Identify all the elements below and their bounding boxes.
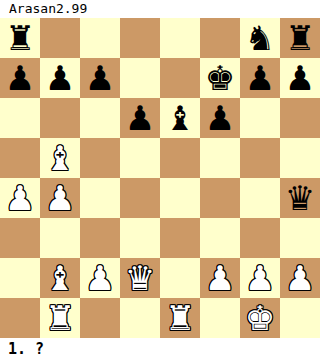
piece-white-bishop: ♝ [45,258,75,298]
square-a7[interactable]: ♟ [0,58,40,98]
piece-black-pawn: ♟ [45,58,75,98]
piece-black-knight: ♞ [245,18,275,58]
square-c1[interactable] [80,298,120,338]
square-g5[interactable] [240,138,280,178]
square-b1[interactable]: ♜ [40,298,80,338]
square-e8[interactable] [160,18,200,58]
piece-black-rook: ♜ [285,18,315,58]
square-f3[interactable] [200,218,240,258]
square-g6[interactable] [240,98,280,138]
square-a5[interactable] [0,138,40,178]
piece-black-king: ♚ [205,58,235,98]
square-h5[interactable] [280,138,320,178]
square-e2[interactable] [160,258,200,298]
piece-black-pawn: ♟ [5,58,35,98]
piece-white-queen: ♛ [125,258,155,298]
square-h4[interactable]: ♛ [280,178,320,218]
piece-black-pawn: ♟ [245,58,275,98]
square-d5[interactable] [120,138,160,178]
square-a3[interactable] [0,218,40,258]
piece-white-pawn: ♟ [285,258,315,298]
square-b7[interactable]: ♟ [40,58,80,98]
square-b3[interactable] [40,218,80,258]
piece-black-pawn: ♟ [125,98,155,138]
square-d1[interactable] [120,298,160,338]
square-a1[interactable] [0,298,40,338]
square-f7[interactable]: ♚ [200,58,240,98]
square-g1[interactable]: ♚ [240,298,280,338]
square-c2[interactable]: ♟ [80,258,120,298]
square-b5[interactable]: ♝ [40,138,80,178]
square-h3[interactable] [280,218,320,258]
piece-black-rook: ♜ [5,18,35,58]
square-h8[interactable]: ♜ [280,18,320,58]
square-g4[interactable] [240,178,280,218]
square-e6[interactable]: ♝ [160,98,200,138]
square-c5[interactable] [80,138,120,178]
square-c4[interactable] [80,178,120,218]
piece-black-queen: ♛ [285,178,315,218]
piece-white-rook: ♜ [165,298,195,338]
piece-white-rook: ♜ [45,298,75,338]
piece-white-pawn: ♟ [205,258,235,298]
square-e7[interactable] [160,58,200,98]
piece-white-pawn: ♟ [5,178,35,218]
square-f1[interactable] [200,298,240,338]
square-a4[interactable]: ♟ [0,178,40,218]
square-d2[interactable]: ♛ [120,258,160,298]
square-h7[interactable]: ♟ [280,58,320,98]
window-title: Arasan2.99 [0,0,320,18]
square-e5[interactable] [160,138,200,178]
square-e4[interactable] [160,178,200,218]
piece-white-pawn: ♟ [85,258,115,298]
square-f8[interactable] [200,18,240,58]
square-a2[interactable] [0,258,40,298]
piece-black-pawn: ♟ [205,98,235,138]
piece-white-pawn: ♟ [245,258,275,298]
square-g3[interactable] [240,218,280,258]
square-d6[interactable]: ♟ [120,98,160,138]
square-e1[interactable]: ♜ [160,298,200,338]
square-f6[interactable]: ♟ [200,98,240,138]
square-g8[interactable]: ♞ [240,18,280,58]
piece-black-bishop: ♝ [165,98,195,138]
square-d8[interactable] [120,18,160,58]
square-d7[interactable] [120,58,160,98]
square-d3[interactable] [120,218,160,258]
square-g7[interactable]: ♟ [240,58,280,98]
square-c6[interactable] [80,98,120,138]
square-d4[interactable] [120,178,160,218]
square-a8[interactable]: ♜ [0,18,40,58]
piece-white-pawn: ♟ [45,178,75,218]
square-c8[interactable] [80,18,120,58]
square-f5[interactable] [200,138,240,178]
square-a6[interactable] [0,98,40,138]
square-c7[interactable]: ♟ [80,58,120,98]
square-g2[interactable]: ♟ [240,258,280,298]
square-f4[interactable] [200,178,240,218]
square-b8[interactable] [40,18,80,58]
square-e3[interactable] [160,218,200,258]
square-h1[interactable] [280,298,320,338]
piece-black-pawn: ♟ [85,58,115,98]
piece-white-bishop: ♝ [45,138,75,178]
square-h2[interactable]: ♟ [280,258,320,298]
move-prompt: 1. ? [0,338,320,360]
square-b2[interactable]: ♝ [40,258,80,298]
piece-white-king: ♚ [245,298,275,338]
square-c3[interactable] [80,218,120,258]
square-b4[interactable]: ♟ [40,178,80,218]
piece-black-pawn: ♟ [285,58,315,98]
arasan-window: Arasan2.99 ♜♞♜♟♟♟♚♟♟♟♝♟♝♟♟♛♝♟♛♟♟♟♜♜♚ 1. … [0,0,320,360]
square-f2[interactable]: ♟ [200,258,240,298]
square-b6[interactable] [40,98,80,138]
square-h6[interactable] [280,98,320,138]
chess-board: ♜♞♜♟♟♟♚♟♟♟♝♟♝♟♟♛♝♟♛♟♟♟♜♜♚ [0,18,320,338]
